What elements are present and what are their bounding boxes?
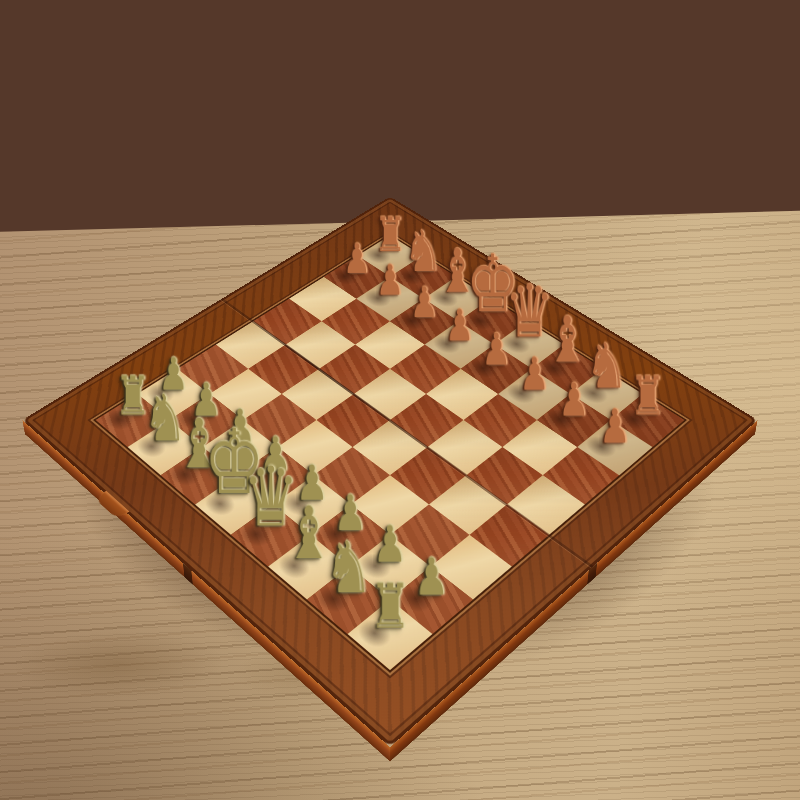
square-c4[interactable] [282,369,354,420]
board-grid: ♜♞♝♚♛♝♞♜♟♟♟♟♟♟♟♟♟♟♟♟♟♟♟♟♜♞♝♚♛♝♞♜ [96,235,684,670]
photo-stage: ♜♞♝♚♛♝♞♜♟♟♟♟♟♟♟♟♟♟♟♟♟♟♟♟♜♞♝♚♛♝♞♜ [0,0,800,800]
brass-knight[interactable]: ♞ [324,531,373,603]
copper-rook[interactable]: ♜ [374,212,406,259]
brass-pawn[interactable]: ♟ [414,552,449,603]
chess-board: ♜♞♝♚♛♝♞♜♟♟♟♟♟♟♟♟♟♟♟♟♟♟♟♟♜♞♝♚♛♝♞♜ [22,197,757,747]
brass-rook[interactable]: ♜ [369,576,410,637]
copper-bishop[interactable]: ♝ [546,308,589,371]
square-e6[interactable] [426,369,498,420]
brass-pawn[interactable]: ♟ [373,520,407,570]
square-d4[interactable] [316,394,390,447]
board-frame: ♜♞♝♚♛♝♞♜♟♟♟♟♟♟♟♟♟♟♟♟♟♟♟♟♜♞♝♚♛♝♞♜ [22,197,757,747]
copper-pawn[interactable]: ♟ [376,260,404,302]
copper-knight[interactable]: ♞ [585,334,627,396]
copper-pawn[interactable]: ♟ [519,352,549,397]
copper-pawn[interactable]: ♟ [599,404,630,450]
square-e4[interactable] [353,420,428,475]
copper-rook[interactable]: ♜ [629,370,665,423]
copper-pawn[interactable]: ♟ [481,328,511,372]
copper-pawn[interactable]: ♟ [343,239,371,280]
square-e5[interactable] [390,394,464,447]
copper-pawn[interactable]: ♟ [410,282,439,324]
copper-pawn[interactable]: ♟ [445,304,474,347]
square-d5[interactable] [354,369,426,420]
copper-pawn[interactable]: ♟ [558,377,589,423]
scene: ♜♞♝♚♛♝♞♜♟♟♟♟♟♟♟♟♟♟♟♟♟♟♟♟♜♞♝♚♛♝♞♜ [0,0,800,800]
